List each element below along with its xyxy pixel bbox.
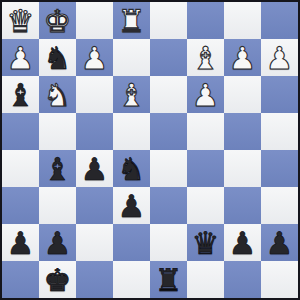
piece-black-knight[interactable]: ♞ [113,150,150,187]
square-f7[interactable]: ♝ [187,39,224,76]
square-a8[interactable]: ♛ [2,2,39,39]
square-a4[interactable] [2,150,39,187]
chess-board: ♛♚♜♟♞♟♝♟♟♝♞♝♟♝♟♞♟♟♟♛♟♟♚♜ [0,0,300,300]
square-a3[interactable] [2,187,39,224]
piece-black-pawn[interactable]: ♟ [2,224,39,261]
square-d4[interactable]: ♞ [113,150,150,187]
square-f5[interactable] [187,113,224,150]
square-h2[interactable]: ♟ [261,224,298,261]
square-d7[interactable] [113,39,150,76]
piece-white-pawn[interactable]: ♟ [261,39,298,76]
square-b7[interactable]: ♞ [39,39,76,76]
square-h1[interactable] [261,261,298,298]
square-g1[interactable] [224,261,261,298]
square-f8[interactable] [187,2,224,39]
square-d6[interactable]: ♝ [113,76,150,113]
square-f4[interactable] [187,150,224,187]
square-e7[interactable] [150,39,187,76]
square-b8[interactable]: ♚ [39,2,76,39]
piece-white-pawn[interactable]: ♟ [76,39,113,76]
square-e2[interactable] [150,224,187,261]
square-c4[interactable]: ♟ [76,150,113,187]
square-b6[interactable]: ♞ [39,76,76,113]
square-h4[interactable] [261,150,298,187]
piece-black-pawn[interactable]: ♟ [261,224,298,261]
piece-black-queen[interactable]: ♛ [187,224,224,261]
square-g8[interactable] [224,2,261,39]
piece-black-pawn[interactable]: ♟ [39,224,76,261]
square-b1[interactable]: ♚ [39,261,76,298]
square-c8[interactable] [76,2,113,39]
piece-white-bishop[interactable]: ♝ [187,39,224,76]
square-e8[interactable] [150,2,187,39]
piece-black-king[interactable]: ♚ [39,261,76,298]
square-g7[interactable]: ♟ [224,39,261,76]
square-e6[interactable] [150,76,187,113]
square-f6[interactable]: ♟ [187,76,224,113]
piece-black-rook[interactable]: ♜ [150,261,187,298]
square-a2[interactable]: ♟ [2,224,39,261]
square-e5[interactable] [150,113,187,150]
piece-white-king[interactable]: ♚ [39,2,76,39]
square-f1[interactable] [187,261,224,298]
square-h6[interactable] [261,76,298,113]
square-b3[interactable] [39,187,76,224]
square-g4[interactable] [224,150,261,187]
square-d2[interactable] [113,224,150,261]
square-a5[interactable] [2,113,39,150]
square-h5[interactable] [261,113,298,150]
square-c6[interactable] [76,76,113,113]
square-d8[interactable]: ♜ [113,2,150,39]
square-a1[interactable] [2,261,39,298]
square-g5[interactable] [224,113,261,150]
piece-white-queen[interactable]: ♛ [2,2,39,39]
square-c1[interactable] [76,261,113,298]
square-g2[interactable]: ♟ [224,224,261,261]
square-a7[interactable]: ♟ [2,39,39,76]
square-h7[interactable]: ♟ [261,39,298,76]
square-f3[interactable] [187,187,224,224]
square-e3[interactable] [150,187,187,224]
piece-white-pawn[interactable]: ♟ [2,39,39,76]
piece-white-knight[interactable]: ♞ [39,76,76,113]
square-e4[interactable] [150,150,187,187]
piece-white-bishop[interactable]: ♝ [113,76,150,113]
square-b5[interactable] [39,113,76,150]
square-c3[interactable] [76,187,113,224]
piece-white-rook[interactable]: ♜ [113,2,150,39]
square-d1[interactable] [113,261,150,298]
square-b4[interactable]: ♝ [39,150,76,187]
square-g6[interactable] [224,76,261,113]
square-f2[interactable]: ♛ [187,224,224,261]
piece-black-pawn[interactable]: ♟ [76,150,113,187]
piece-black-pawn[interactable]: ♟ [113,187,150,224]
square-h8[interactable] [261,2,298,39]
square-h3[interactable] [261,187,298,224]
piece-white-pawn[interactable]: ♟ [187,76,224,113]
piece-black-knight[interactable]: ♞ [39,39,76,76]
square-c2[interactable] [76,224,113,261]
square-c5[interactable] [76,113,113,150]
piece-white-pawn[interactable]: ♟ [224,39,261,76]
piece-black-bishop[interactable]: ♝ [2,76,39,113]
square-e1[interactable]: ♜ [150,261,187,298]
square-b2[interactable]: ♟ [39,224,76,261]
piece-black-bishop[interactable]: ♝ [39,150,76,187]
square-g3[interactable] [224,187,261,224]
square-c7[interactable]: ♟ [76,39,113,76]
square-d5[interactable] [113,113,150,150]
square-d3[interactable]: ♟ [113,187,150,224]
square-a6[interactable]: ♝ [2,76,39,113]
piece-black-pawn[interactable]: ♟ [224,224,261,261]
